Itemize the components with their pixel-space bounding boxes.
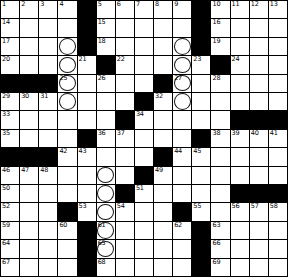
cell-r14c13[interactable] [250, 259, 268, 276]
cell-r3c4[interactable]: 21 [78, 56, 96, 73]
cell-r12c6[interactable] [116, 222, 134, 239]
cell-r13c12[interactable] [231, 240, 249, 257]
cell-r13c13[interactable] [250, 240, 268, 257]
cell-r3c10[interactable]: 23 [192, 56, 210, 73]
cell-r6c13-black [250, 111, 268, 128]
cell-r4c10[interactable] [192, 75, 210, 92]
cell-r3c13[interactable] [250, 56, 268, 73]
cell-r0c14[interactable]: 13 [269, 1, 287, 18]
cell-r4c6[interactable] [116, 75, 134, 92]
clue-number: 5 [98, 1, 102, 8]
cell-r12c10-black [192, 222, 210, 239]
clue-number: 51 [136, 185, 144, 192]
cell-r12c13[interactable] [250, 222, 268, 239]
cell-r11c1[interactable] [20, 203, 38, 220]
cell-r4c1-black [20, 75, 38, 92]
cell-r14c6[interactable] [116, 259, 134, 276]
cell-r10c2[interactable] [39, 185, 57, 202]
cell-r6c6-black [116, 111, 134, 128]
cell-r5c5[interactable] [97, 93, 115, 110]
cell-r5c12[interactable] [231, 93, 249, 110]
cell-r9c0[interactable]: 46 [1, 167, 19, 184]
cell-r12c4-black [78, 222, 96, 239]
cell-r5c8[interactable]: 32 [154, 93, 172, 110]
cell-r13c1[interactable] [20, 240, 38, 257]
cell-r10c10[interactable] [192, 185, 210, 202]
cell-r4c14[interactable] [269, 75, 287, 92]
clue-number: 19 [212, 38, 220, 45]
clue-number: 22 [117, 56, 125, 63]
clue-number: 18 [98, 38, 106, 45]
cell-r1c4-black [78, 19, 96, 36]
cell-r9c1[interactable]: 47 [20, 167, 38, 184]
cell-r9c13[interactable] [250, 167, 268, 184]
cell-r12c12[interactable] [231, 222, 249, 239]
cell-r11c5[interactable] [97, 203, 115, 220]
circle-marker [174, 38, 191, 54]
cell-r13c9[interactable] [173, 240, 191, 257]
cell-r8c4[interactable]: 43 [78, 148, 96, 165]
clue-number: 21 [79, 56, 87, 63]
cell-r5c7-black [135, 93, 153, 110]
cell-r7c6[interactable]: 37 [116, 130, 134, 147]
cell-r5c14[interactable] [269, 93, 287, 110]
cell-r14c5[interactable]: 68 [97, 259, 115, 276]
cell-r14c1[interactable] [20, 259, 38, 276]
cell-r4c4[interactable] [78, 75, 96, 92]
cell-r2c0[interactable]: 17 [1, 38, 19, 55]
cell-r6c4[interactable] [78, 111, 96, 128]
cell-r9c6[interactable] [116, 167, 134, 184]
clue-number: 13 [270, 1, 278, 8]
cell-r7c5[interactable]: 36 [97, 130, 115, 147]
cell-r14c2[interactable] [39, 259, 57, 276]
cell-r11c4[interactable]: 53 [78, 203, 96, 220]
cell-r14c11[interactable]: 69 [211, 259, 229, 276]
circle-marker [97, 167, 114, 183]
cell-r5c4[interactable] [78, 93, 96, 110]
cell-r1c9[interactable] [173, 19, 191, 36]
clue-number: 11 [232, 1, 240, 8]
cell-r2c14[interactable] [269, 38, 287, 55]
cell-r9c5[interactable] [97, 167, 115, 184]
clue-number: 67 [2, 259, 10, 266]
cell-r0c7[interactable]: 7 [135, 1, 153, 18]
cell-r11c10[interactable]: 55 [192, 203, 210, 220]
cell-r6c1[interactable] [20, 111, 38, 128]
cell-r7c10-black [192, 130, 210, 147]
clue-number: 29 [2, 93, 10, 100]
cell-r10c6-black [116, 185, 134, 202]
cell-r7c1[interactable] [20, 130, 38, 147]
clue-number: 40 [251, 130, 259, 137]
cell-r2c13[interactable] [250, 38, 268, 55]
clue-number: 64 [2, 240, 10, 247]
clue-number: 15 [98, 19, 106, 26]
cell-r4c0-black [1, 75, 19, 92]
cell-r12c3[interactable]: 60 [58, 222, 76, 239]
cell-r1c0[interactable]: 14 [1, 19, 19, 36]
clue-number: 4 [59, 1, 63, 8]
cell-r10c7[interactable]: 51 [135, 185, 153, 202]
cell-r0c8[interactable]: 8 [154, 1, 172, 18]
clue-number: 60 [59, 222, 67, 229]
clue-number: 52 [2, 203, 10, 210]
cell-r13c6[interactable] [116, 240, 134, 257]
cell-r0c5[interactable]: 5 [97, 1, 115, 18]
clue-number: 9 [174, 1, 178, 8]
cell-r5c1[interactable]: 30 [20, 93, 38, 110]
clue-number: 50 [2, 185, 10, 192]
cell-r9c7-black [135, 167, 153, 184]
cell-r3c8[interactable] [154, 56, 172, 73]
cell-r3c3[interactable] [58, 56, 76, 73]
cell-r9c3[interactable] [58, 167, 76, 184]
clue-number: 33 [2, 111, 10, 118]
cell-r6c0[interactable]: 33 [1, 111, 19, 128]
cell-r0c3[interactable]: 4 [58, 1, 76, 18]
cell-r13c0[interactable]: 64 [1, 240, 19, 257]
cell-r0c10-black [192, 1, 210, 18]
cell-r1c10-black [192, 19, 210, 36]
cell-r14c7[interactable] [135, 259, 153, 276]
cell-r3c2[interactable] [39, 56, 57, 73]
cell-r7c0[interactable]: 35 [1, 130, 19, 147]
cell-r8c11[interactable] [211, 148, 229, 165]
clue-number: 63 [212, 222, 220, 229]
cell-r2c11[interactable]: 19 [211, 38, 229, 55]
cell-r8c2-black [39, 148, 57, 165]
clue-number: 16 [212, 19, 220, 26]
cell-r12c2[interactable] [39, 222, 57, 239]
cell-r0c13[interactable]: 12 [250, 1, 268, 18]
cell-r4c7[interactable] [135, 75, 153, 92]
clue-number: 7 [136, 1, 140, 8]
cell-r8c3[interactable]: 42 [58, 148, 76, 165]
cell-r2c6[interactable] [116, 38, 134, 55]
cell-r8c14[interactable] [269, 148, 287, 165]
clue-number: 58 [270, 203, 278, 210]
cell-r5c2[interactable]: 31 [39, 93, 57, 110]
cell-r3c5-black [97, 56, 115, 73]
clue-number: 48 [40, 167, 48, 174]
cell-r1c6[interactable] [116, 19, 134, 36]
cell-r9c11[interactable] [211, 167, 229, 184]
cell-r4c12[interactable] [231, 75, 249, 92]
cell-r2c10-black [192, 38, 210, 55]
circle-marker [59, 38, 76, 54]
crossword-grid: 1234567891011121314151617181920212223242… [0, 0, 288, 277]
cell-r11c2[interactable] [39, 203, 57, 220]
clue-number: 43 [79, 148, 87, 155]
clue-number: 61 [98, 222, 106, 229]
cell-r11c8[interactable] [154, 203, 172, 220]
clue-number: 1 [2, 1, 6, 8]
cell-r6c2[interactable] [39, 111, 57, 128]
cell-r13c14[interactable] [269, 240, 287, 257]
cell-r14c12[interactable] [231, 259, 249, 276]
cell-r7c9[interactable] [173, 130, 191, 147]
cell-r1c14[interactable] [269, 19, 287, 36]
clue-number: 66 [212, 240, 220, 247]
clue-number: 59 [2, 222, 10, 229]
cell-r7c12[interactable]: 39 [231, 130, 249, 147]
cell-r9c14[interactable] [269, 167, 287, 184]
cell-r10c8[interactable] [154, 185, 172, 202]
cell-r7c3[interactable] [58, 130, 76, 147]
cell-r2c4-black [78, 38, 96, 55]
cell-r6c10[interactable] [192, 111, 210, 128]
cell-r13c4-black [78, 240, 96, 257]
clue-number: 14 [2, 19, 10, 26]
cell-r13c8[interactable] [154, 240, 172, 257]
cell-r5c9[interactable] [173, 93, 191, 110]
cell-r0c12[interactable]: 11 [231, 1, 249, 18]
cell-r3c0[interactable]: 20 [1, 56, 19, 73]
cell-r11c6[interactable]: 54 [116, 203, 134, 220]
cell-r7c14[interactable]: 41 [269, 130, 287, 147]
cell-r3c1[interactable] [20, 56, 38, 73]
cell-r7c13[interactable]: 40 [250, 130, 268, 147]
cell-r3c6[interactable]: 22 [116, 56, 134, 73]
cell-r6c9[interactable] [173, 111, 191, 128]
cell-r3c12[interactable]: 24 [231, 56, 249, 73]
cell-r8c5[interactable] [97, 148, 115, 165]
cell-r1c5[interactable]: 15 [97, 19, 115, 36]
cell-r4c2-black [39, 75, 57, 92]
cell-r10c13-black [250, 185, 268, 202]
cell-r5c11[interactable] [211, 93, 229, 110]
circle-marker [97, 204, 114, 220]
cell-r9c9[interactable] [173, 167, 191, 184]
clue-number: 47 [21, 167, 29, 174]
cell-r11c11[interactable] [211, 203, 229, 220]
clue-number: 23 [193, 56, 201, 63]
cell-r0c9[interactable]: 9 [173, 1, 191, 18]
cell-r6c14-black [269, 111, 287, 128]
cell-r10c9[interactable] [173, 185, 191, 202]
cell-r12c14[interactable] [269, 222, 287, 239]
cell-r14c8[interactable] [154, 259, 172, 276]
cell-r6c8[interactable] [154, 111, 172, 128]
cell-r2c5[interactable]: 18 [97, 38, 115, 55]
circle-marker [59, 93, 76, 109]
cell-r9c12[interactable] [231, 167, 249, 184]
cell-r14c3[interactable] [58, 259, 76, 276]
cell-r8c8-black [154, 148, 172, 165]
cell-r8c6[interactable] [116, 148, 134, 165]
cell-r12c11[interactable]: 63 [211, 222, 229, 239]
clue-number: 54 [117, 203, 125, 210]
cell-r5c0[interactable]: 29 [1, 93, 19, 110]
cell-r2c2[interactable] [39, 38, 57, 55]
cell-r9c2[interactable]: 48 [39, 167, 57, 184]
clue-number: 17 [2, 38, 10, 45]
cell-r14c14[interactable] [269, 259, 287, 276]
clue-number: 10 [212, 1, 220, 8]
cell-r4c9[interactable]: 27 [173, 75, 191, 92]
cell-r0c0[interactable]: 1 [1, 1, 19, 18]
cell-r8c10[interactable]: 45 [192, 148, 210, 165]
clue-number: 42 [59, 148, 67, 155]
clue-number: 24 [232, 56, 240, 63]
clue-number: 20 [2, 56, 10, 63]
cell-r4c5[interactable]: 26 [97, 75, 115, 92]
cell-r8c1-black [20, 148, 38, 165]
cell-r0c2[interactable]: 3 [39, 1, 57, 18]
cell-r10c1[interactable] [20, 185, 38, 202]
cell-r6c7[interactable]: 34 [135, 111, 153, 128]
cell-r2c1[interactable] [20, 38, 38, 55]
clue-number: 56 [232, 203, 240, 210]
cell-r7c7[interactable] [135, 130, 153, 147]
cell-r0c6[interactable]: 6 [116, 1, 134, 18]
cell-r12c8[interactable] [154, 222, 172, 239]
clue-number: 27 [174, 75, 182, 82]
cell-r2c3[interactable] [58, 38, 76, 55]
cell-r12c7[interactable] [135, 222, 153, 239]
cell-r5c13[interactable] [250, 93, 268, 110]
cell-r11c12[interactable]: 56 [231, 203, 249, 220]
clue-number: 8 [155, 1, 159, 8]
cell-r13c3[interactable] [58, 240, 76, 257]
cell-r11c14[interactable]: 58 [269, 203, 287, 220]
cell-r1c13[interactable] [250, 19, 268, 36]
cell-r12c9[interactable]: 62 [173, 222, 191, 239]
cell-r1c11[interactable]: 16 [211, 19, 229, 36]
clue-number: 36 [98, 130, 106, 137]
clue-number: 35 [2, 130, 10, 137]
clue-number: 12 [251, 1, 259, 8]
cell-r13c5[interactable]: 65 [97, 240, 115, 257]
clue-number: 65 [98, 240, 106, 247]
cell-r1c12[interactable] [231, 19, 249, 36]
cell-r14c10-black [192, 259, 210, 276]
cell-r7c8[interactable] [154, 130, 172, 147]
cell-r4c13[interactable] [250, 75, 268, 92]
cell-r0c1[interactable]: 2 [20, 1, 38, 18]
cell-r10c3[interactable] [58, 185, 76, 202]
cell-r11c0[interactable]: 52 [1, 203, 19, 220]
cell-r12c0[interactable]: 59 [1, 222, 19, 239]
cell-r3c9[interactable] [173, 56, 191, 73]
cell-r2c7[interactable] [135, 38, 153, 55]
cell-r0c4-black [78, 1, 96, 18]
cell-r12c5[interactable]: 61 [97, 222, 115, 239]
cell-r9c8[interactable]: 49 [154, 167, 172, 184]
clue-number: 3 [40, 1, 44, 8]
clue-number: 41 [270, 130, 278, 137]
cell-r3c14[interactable] [269, 56, 287, 73]
cell-r7c2[interactable] [39, 130, 57, 147]
clue-number: 25 [59, 75, 67, 82]
cell-r2c9[interactable] [173, 38, 191, 55]
cell-r11c13[interactable]: 57 [250, 203, 268, 220]
clue-number: 46 [2, 167, 10, 174]
cell-r10c4[interactable] [78, 185, 96, 202]
cell-r6c11[interactable] [211, 111, 229, 128]
cell-r9c4[interactable] [78, 167, 96, 184]
cell-r7c4-black [78, 130, 96, 147]
clue-number: 69 [212, 259, 220, 266]
cell-r3c11-black [211, 56, 229, 73]
cell-r6c5[interactable] [97, 111, 115, 128]
clue-number: 53 [79, 203, 87, 210]
cell-r4c8-black [154, 75, 172, 92]
cell-r8c13[interactable] [250, 148, 268, 165]
cell-r14c4-black [78, 259, 96, 276]
cell-r13c11[interactable]: 66 [211, 240, 229, 257]
circle-marker [174, 93, 191, 109]
cell-r7c11[interactable]: 38 [211, 130, 229, 147]
clue-number: 32 [155, 93, 163, 100]
cell-r10c0[interactable]: 50 [1, 185, 19, 202]
clue-number: 57 [251, 203, 259, 210]
clue-number: 37 [117, 130, 125, 137]
cell-r4c11[interactable]: 28 [211, 75, 229, 92]
clue-number: 49 [155, 167, 163, 174]
cell-r8c12[interactable] [231, 148, 249, 165]
cell-r11c3-black [58, 203, 76, 220]
cell-r11c7[interactable] [135, 203, 153, 220]
cell-r2c12[interactable] [231, 38, 249, 55]
circle-marker [59, 57, 76, 73]
clue-number: 68 [98, 259, 106, 266]
cell-r6c12-black [231, 111, 249, 128]
clue-number: 39 [232, 130, 240, 137]
clue-number: 44 [174, 148, 182, 155]
clue-number: 31 [40, 93, 48, 100]
cell-r1c1[interactable] [20, 19, 38, 36]
clue-number: 34 [136, 111, 144, 118]
cell-r13c7[interactable] [135, 240, 153, 257]
cell-r5c3[interactable] [58, 93, 76, 110]
cell-r9c10[interactable] [192, 167, 210, 184]
cell-r6c3[interactable] [58, 111, 76, 128]
cell-r10c12-black [231, 185, 249, 202]
cell-r13c2[interactable] [39, 240, 57, 257]
cell-r5c10[interactable] [192, 93, 210, 110]
cell-r10c11[interactable] [211, 185, 229, 202]
cell-r14c0[interactable]: 67 [1, 259, 19, 276]
circle-marker [174, 57, 191, 73]
cell-r10c14-black [269, 185, 287, 202]
cell-r3c7[interactable] [135, 56, 153, 73]
cell-r14c9[interactable] [173, 259, 191, 276]
clue-number: 28 [212, 75, 220, 82]
clue-number: 6 [117, 1, 121, 8]
cell-r1c7[interactable] [135, 19, 153, 36]
cell-r8c9[interactable]: 44 [173, 148, 191, 165]
cell-r2c8[interactable] [154, 38, 172, 55]
cell-r13c10-black [192, 240, 210, 257]
cell-r5c6[interactable] [116, 93, 134, 110]
clue-number: 26 [98, 75, 106, 82]
cell-r10c5[interactable] [97, 185, 115, 202]
cell-r1c8[interactable] [154, 19, 172, 36]
cell-r0c11[interactable]: 10 [211, 1, 229, 18]
circle-marker [97, 185, 114, 201]
cell-r12c1[interactable] [20, 222, 38, 239]
clue-number: 30 [21, 93, 29, 100]
clue-number: 38 [212, 130, 220, 137]
cell-r8c7[interactable] [135, 148, 153, 165]
cell-r1c2[interactable] [39, 19, 57, 36]
cell-r4c3[interactable]: 25 [58, 75, 76, 92]
cell-r1c3[interactable] [58, 19, 76, 36]
clue-number: 62 [174, 222, 182, 229]
cell-r11c9-black [173, 203, 191, 220]
